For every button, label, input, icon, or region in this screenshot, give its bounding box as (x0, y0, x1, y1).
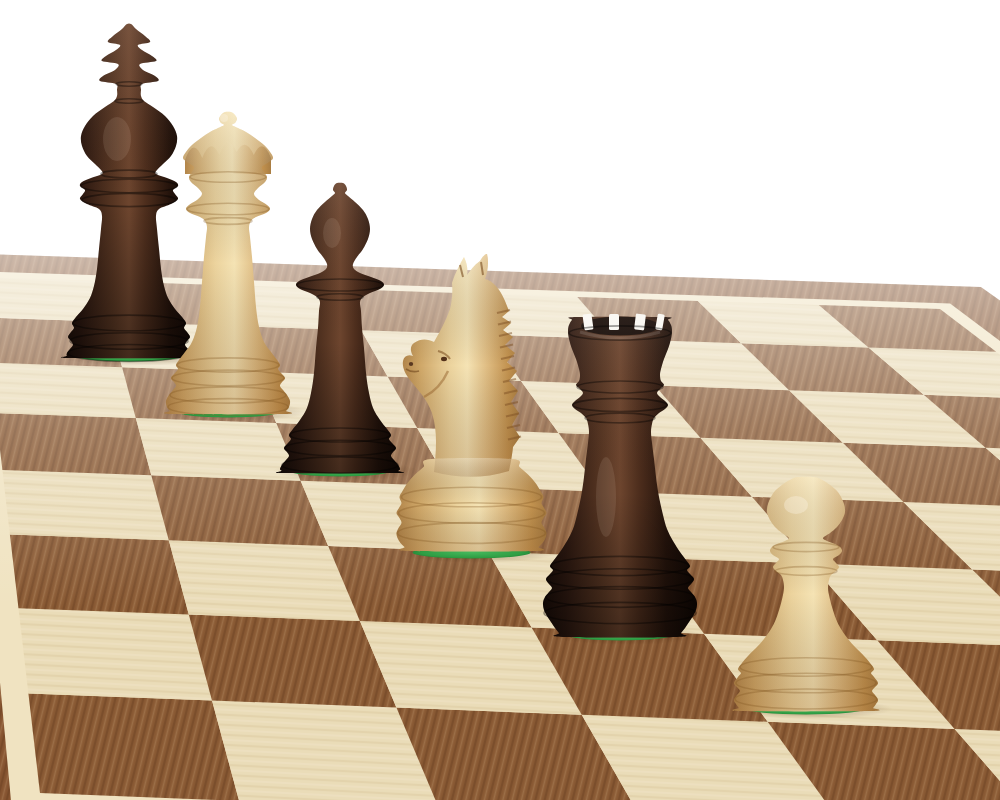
board-photo-svg (0, 0, 1000, 800)
square-a2[interactable] (19, 608, 213, 700)
specular-highlight (103, 117, 131, 161)
knight-eye (441, 357, 447, 361)
square-a1[interactable] (28, 694, 239, 800)
specular-highlight (220, 114, 228, 122)
specular-highlight (784, 496, 808, 514)
piece-shading (396, 458, 546, 552)
knight-nostril (409, 362, 413, 366)
chess-set-product-photo (0, 0, 1000, 800)
specular-highlight (596, 457, 616, 537)
specular-highlight (323, 218, 341, 248)
